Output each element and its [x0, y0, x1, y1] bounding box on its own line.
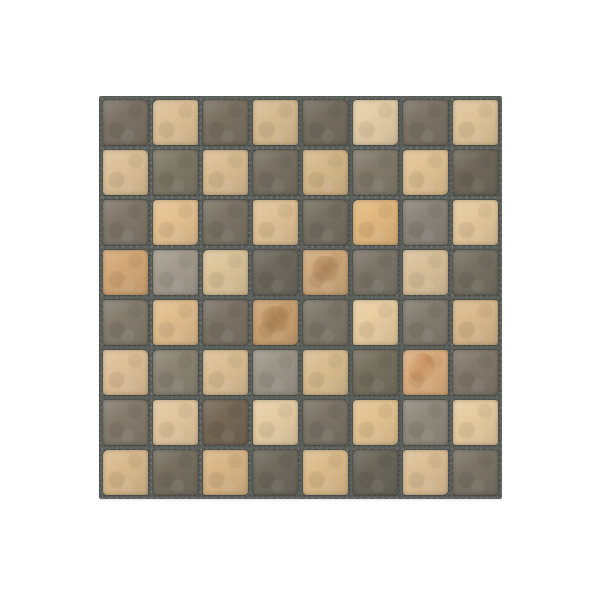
tile — [403, 250, 448, 295]
tile — [303, 350, 348, 395]
tile — [203, 150, 248, 195]
tile — [353, 450, 398, 495]
tile — [103, 400, 148, 445]
tile — [453, 300, 498, 345]
tile — [353, 300, 398, 345]
tile — [403, 400, 448, 445]
tile — [403, 350, 448, 395]
tile — [203, 450, 248, 495]
tile — [353, 250, 398, 295]
tile — [203, 350, 248, 395]
tile — [253, 150, 298, 195]
tile — [153, 200, 198, 245]
tile — [453, 400, 498, 445]
tile — [203, 300, 248, 345]
mosaic-board — [99, 96, 502, 499]
tile — [453, 150, 498, 195]
tile — [153, 100, 198, 145]
tile — [353, 400, 398, 445]
tile — [303, 300, 348, 345]
tile — [403, 200, 448, 245]
tile — [253, 100, 298, 145]
tile — [303, 400, 348, 445]
tile — [253, 200, 298, 245]
photo-background — [0, 0, 600, 600]
tile — [403, 150, 448, 195]
tile — [103, 100, 148, 145]
tile — [253, 400, 298, 445]
tile — [453, 250, 498, 295]
tile — [153, 300, 198, 345]
tile — [253, 300, 298, 345]
tile — [453, 200, 498, 245]
tile — [153, 250, 198, 295]
tile — [153, 150, 198, 195]
tile — [303, 250, 348, 295]
tile — [103, 350, 148, 395]
tile — [403, 450, 448, 495]
tile — [203, 400, 248, 445]
tile — [153, 400, 198, 445]
tile — [153, 450, 198, 495]
tile — [103, 250, 148, 295]
tile — [103, 200, 148, 245]
tile — [403, 100, 448, 145]
tile — [203, 200, 248, 245]
tile — [103, 150, 148, 195]
tile — [153, 350, 198, 395]
tile — [303, 100, 348, 145]
tile — [253, 350, 298, 395]
tile — [353, 200, 398, 245]
tile — [103, 450, 148, 495]
tile — [303, 200, 348, 245]
tile — [353, 150, 398, 195]
tile — [453, 100, 498, 145]
tile — [103, 300, 148, 345]
tile — [203, 100, 248, 145]
tile — [453, 350, 498, 395]
tile — [203, 250, 248, 295]
tile — [253, 250, 298, 295]
tile — [303, 450, 348, 495]
tile — [303, 150, 348, 195]
tile — [453, 450, 498, 495]
tile — [353, 350, 398, 395]
tile — [253, 450, 298, 495]
tile — [353, 100, 398, 145]
tile — [403, 300, 448, 345]
